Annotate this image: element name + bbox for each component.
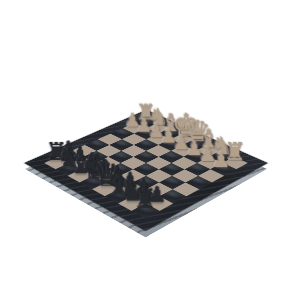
light-pawn-a2: ♟ [212, 150, 230, 170]
dark-rook-a8: ♜ [133, 186, 153, 212]
scene-3d: ♜♞♝♚♛♝♞♜♟♟♟♟♟♟♟♟♟♟♟♟♟♟♟♟♜♞♝♚♛♝♞♜ [0, 0, 300, 300]
square-a8: ♜ [132, 204, 160, 219]
chess-board: ♜♞♝♚♛♝♞♜♟♟♟♟♟♟♟♟♟♟♟♟♟♟♟♟♜♞♝♚♛♝♞♜ [24, 110, 267, 231]
product-photo: ♜♞♝♚♛♝♞♜♟♟♟♟♟♟♟♟♟♟♟♟♟♟♟♟♜♞♝♚♛♝♞♜ [0, 0, 300, 300]
square-a3 [198, 169, 224, 182]
board-grid: ♜♞♝♚♛♝♞♜♟♟♟♟♟♟♟♟♟♟♟♟♟♟♟♟♜♞♝♚♛♝♞♜ [44, 118, 248, 219]
